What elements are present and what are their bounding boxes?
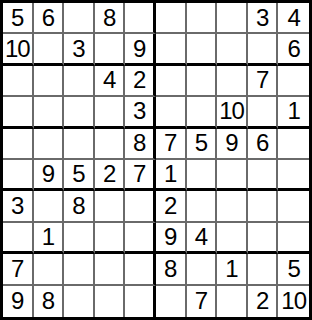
cell-r9c10[interactable]: 5 [278, 254, 309, 285]
cell-r3c10[interactable] [278, 66, 309, 97]
cell-r1c3[interactable] [64, 3, 95, 34]
cell-r6c3[interactable]: 5 [64, 160, 95, 191]
cell-r7c4[interactable] [95, 191, 126, 222]
cell-r3c8[interactable] [217, 66, 248, 97]
cell-r9c7[interactable] [187, 254, 218, 285]
cell-r6c1[interactable] [3, 160, 34, 191]
cell-r8c2[interactable]: 1 [34, 223, 65, 254]
cell-r2c8[interactable] [217, 34, 248, 65]
cell-r1c8[interactable] [217, 3, 248, 34]
cell-r2c9[interactable] [248, 34, 279, 65]
cell-r1c7[interactable] [187, 3, 218, 34]
cell-r4c7[interactable] [187, 97, 218, 128]
cell-r10c3[interactable] [64, 286, 95, 317]
cell-r2c7[interactable] [187, 34, 218, 65]
cell-r6c5[interactable]: 7 [125, 160, 156, 191]
cell-r6c10[interactable] [278, 160, 309, 191]
cell-r4c5[interactable]: 3 [125, 97, 156, 128]
cell-r3c9[interactable]: 7 [248, 66, 279, 97]
cell-r7c9[interactable] [248, 191, 279, 222]
cell-r7c5[interactable] [125, 191, 156, 222]
cell-r8c6[interactable]: 9 [156, 223, 187, 254]
cell-r9c3[interactable] [64, 254, 95, 285]
cell-r2c2[interactable] [34, 34, 65, 65]
cell-r3c6[interactable] [156, 66, 187, 97]
cell-r8c10[interactable] [278, 223, 309, 254]
cell-r7c1[interactable]: 3 [3, 191, 34, 222]
cell-r7c3[interactable]: 8 [64, 191, 95, 222]
cell-r5c10[interactable] [278, 129, 309, 160]
cell-r6c7[interactable] [187, 160, 218, 191]
sudoku-board: 5683410396427310187596952713821947815987… [0, 0, 312, 320]
cell-r4c9[interactable] [248, 97, 279, 128]
cell-r4c1[interactable] [3, 97, 34, 128]
cell-r3c5[interactable]: 2 [125, 66, 156, 97]
cell-r3c2[interactable] [34, 66, 65, 97]
cell-r7c8[interactable] [217, 191, 248, 222]
cell-r2c10[interactable]: 6 [278, 34, 309, 65]
cell-r1c6[interactable] [156, 3, 187, 34]
cell-r2c4[interactable] [95, 34, 126, 65]
cell-r5c7[interactable]: 5 [187, 129, 218, 160]
cell-r7c6[interactable]: 2 [156, 191, 187, 222]
cell-r1c4[interactable]: 8 [95, 3, 126, 34]
cell-r5c2[interactable] [34, 129, 65, 160]
cell-r7c2[interactable] [34, 191, 65, 222]
cell-r1c1[interactable]: 5 [3, 3, 34, 34]
cell-r6c2[interactable]: 9 [34, 160, 65, 191]
cell-r10c4[interactable] [95, 286, 126, 317]
cell-r5c5[interactable]: 8 [125, 129, 156, 160]
cell-r4c6[interactable] [156, 97, 187, 128]
cell-r10c2[interactable]: 8 [34, 286, 65, 317]
cell-r10c5[interactable] [125, 286, 156, 317]
cell-r10c1[interactable]: 9 [3, 286, 34, 317]
cell-r2c3[interactable]: 3 [64, 34, 95, 65]
cell-r10c9[interactable]: 2 [248, 286, 279, 317]
cell-r1c9[interactable]: 3 [248, 3, 279, 34]
cell-r5c8[interactable]: 9 [217, 129, 248, 160]
cell-r7c10[interactable] [278, 191, 309, 222]
cell-r9c6[interactable]: 8 [156, 254, 187, 285]
cell-r9c9[interactable] [248, 254, 279, 285]
cell-r9c4[interactable] [95, 254, 126, 285]
sudoku-app: 5683410396427310187596952713821947815987… [0, 0, 312, 320]
cell-r5c3[interactable] [64, 129, 95, 160]
cell-r10c10[interactable]: 10 [278, 286, 309, 317]
cell-r4c3[interactable] [64, 97, 95, 128]
cell-r2c6[interactable] [156, 34, 187, 65]
cell-r3c7[interactable] [187, 66, 218, 97]
cell-r6c8[interactable] [217, 160, 248, 191]
cell-r1c10[interactable]: 4 [278, 3, 309, 34]
cell-r8c8[interactable] [217, 223, 248, 254]
cell-r6c9[interactable] [248, 160, 279, 191]
cell-r2c1[interactable]: 10 [3, 34, 34, 65]
cell-r1c5[interactable] [125, 3, 156, 34]
cell-r4c4[interactable] [95, 97, 126, 128]
cell-r8c4[interactable] [95, 223, 126, 254]
cell-r5c6[interactable]: 7 [156, 129, 187, 160]
cell-r5c9[interactable]: 6 [248, 129, 279, 160]
cell-r3c4[interactable]: 4 [95, 66, 126, 97]
cell-r10c6[interactable] [156, 286, 187, 317]
cell-r8c5[interactable] [125, 223, 156, 254]
cell-r4c2[interactable] [34, 97, 65, 128]
cell-r6c6[interactable]: 1 [156, 160, 187, 191]
cell-r1c2[interactable]: 6 [34, 3, 65, 34]
cell-r4c10[interactable]: 1 [278, 97, 309, 128]
cell-r5c4[interactable] [95, 129, 126, 160]
cell-r3c1[interactable] [3, 66, 34, 97]
cell-r7c7[interactable] [187, 191, 218, 222]
cell-r8c1[interactable] [3, 223, 34, 254]
cell-r9c2[interactable] [34, 254, 65, 285]
cell-r5c1[interactable] [3, 129, 34, 160]
cell-r8c3[interactable] [64, 223, 95, 254]
cell-r8c7[interactable]: 4 [187, 223, 218, 254]
cell-r3c3[interactable] [64, 66, 95, 97]
cell-r9c8[interactable]: 1 [217, 254, 248, 285]
cell-r9c1[interactable]: 7 [3, 254, 34, 285]
cell-r8c9[interactable] [248, 223, 279, 254]
cell-r4c8[interactable]: 10 [217, 97, 248, 128]
cell-r10c8[interactable] [217, 286, 248, 317]
cell-r6c4[interactable]: 2 [95, 160, 126, 191]
cell-r10c7[interactable]: 7 [187, 286, 218, 317]
cell-r9c5[interactable] [125, 254, 156, 285]
cell-r2c5[interactable]: 9 [125, 34, 156, 65]
